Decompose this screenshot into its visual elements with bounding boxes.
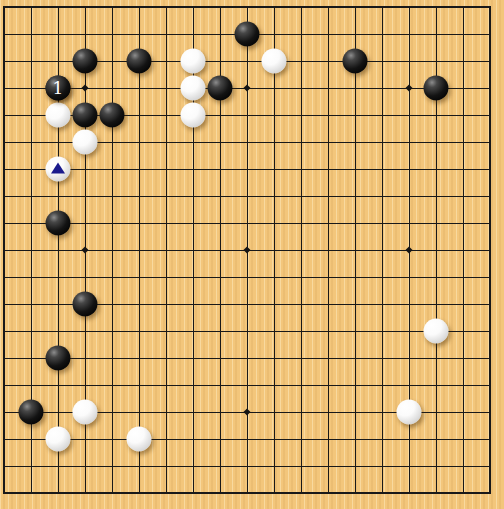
- white-stone[interactable]: [73, 130, 98, 155]
- black-stone[interactable]: [127, 49, 152, 74]
- star-point: [243, 246, 250, 253]
- star-point: [243, 408, 250, 415]
- black-stone[interactable]: [19, 400, 44, 425]
- grid-line-horizontal: [3, 492, 491, 494]
- black-stone[interactable]: [46, 346, 71, 371]
- grid-line-vertical: [489, 6, 491, 494]
- star-point: [243, 84, 250, 91]
- grid-line-vertical: [463, 6, 464, 494]
- white-stone[interactable]: [397, 400, 422, 425]
- black-stone[interactable]: [46, 211, 71, 236]
- grid-line-horizontal: [3, 358, 491, 359]
- grid-line-vertical: [301, 6, 302, 494]
- black-stone[interactable]: [343, 49, 368, 74]
- go-diagram-screenshot: 1: [0, 0, 504, 509]
- last-move-stone[interactable]: 1: [46, 76, 71, 101]
- star-point: [405, 246, 412, 253]
- white-stone[interactable]: [424, 319, 449, 344]
- white-stone[interactable]: [127, 427, 152, 452]
- black-stone[interactable]: [424, 76, 449, 101]
- star-point: [81, 84, 88, 91]
- triangle-marker-icon: [51, 163, 65, 174]
- grid-line-vertical: [355, 6, 356, 494]
- grid-line-horizontal: [3, 277, 491, 278]
- grid-line-vertical: [274, 6, 275, 494]
- grid-line-horizontal: [3, 439, 491, 440]
- black-stone[interactable]: [73, 49, 98, 74]
- star-point: [81, 246, 88, 253]
- go-board[interactable]: 1: [0, 0, 504, 509]
- grid-line-vertical: [328, 6, 329, 494]
- grid-line-horizontal: [3, 385, 491, 386]
- grid-line-horizontal: [3, 331, 491, 332]
- grid-line-vertical: [382, 6, 383, 494]
- black-stone[interactable]: [73, 103, 98, 128]
- white-stone[interactable]: [46, 427, 71, 452]
- grid-line-horizontal: [3, 466, 491, 467]
- black-stone[interactable]: [100, 103, 125, 128]
- white-stone[interactable]: [46, 103, 71, 128]
- white-stone[interactable]: [181, 49, 206, 74]
- white-stone[interactable]: [262, 49, 287, 74]
- white-stone[interactable]: [181, 76, 206, 101]
- white-stone[interactable]: [181, 103, 206, 128]
- black-stone[interactable]: [208, 76, 233, 101]
- white-stone[interactable]: [73, 400, 98, 425]
- star-point: [405, 84, 412, 91]
- black-stone[interactable]: [235, 22, 260, 47]
- move-number-label: 1: [53, 80, 64, 97]
- black-stone[interactable]: [73, 292, 98, 317]
